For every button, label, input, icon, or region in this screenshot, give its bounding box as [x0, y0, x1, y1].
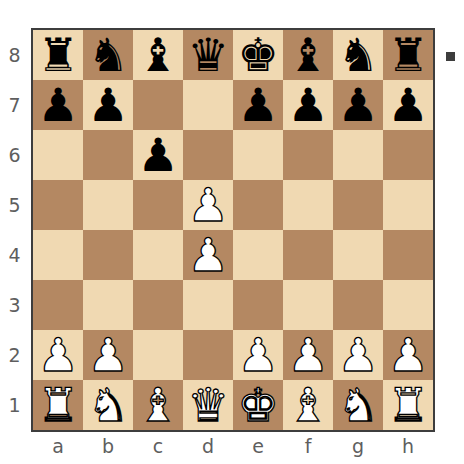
- file-label-c: c: [133, 433, 183, 459]
- white-bishop-f1[interactable]: ♝: [287, 380, 328, 430]
- square-g4[interactable]: [333, 230, 383, 280]
- square-d8[interactable]: ♛: [183, 30, 233, 80]
- square-d5[interactable]: ♟: [183, 180, 233, 230]
- square-b5[interactable]: [83, 180, 133, 230]
- file-label-h: h: [383, 433, 433, 459]
- square-g6[interactable]: [333, 130, 383, 180]
- chess-board: ♜♞♝♛♚♝♞♜♟♟♟♟♟♟♟♟♟♟♟♟♟♟♟♜♞♝♛♚♝♞♜: [31, 28, 435, 432]
- square-c6[interactable]: ♟: [133, 130, 183, 180]
- black-pawn-g7[interactable]: ♟: [337, 80, 378, 130]
- white-knight-b1[interactable]: ♞: [87, 380, 128, 430]
- square-e4[interactable]: [233, 230, 283, 280]
- white-bishop-c1[interactable]: ♝: [137, 380, 178, 430]
- square-h2[interactable]: ♟: [383, 330, 433, 380]
- square-d1[interactable]: ♛: [183, 380, 233, 430]
- square-h7[interactable]: ♟: [383, 80, 433, 130]
- rank-label-2: 2: [0, 330, 29, 380]
- square-h8[interactable]: ♜: [383, 30, 433, 80]
- square-f7[interactable]: ♟: [283, 80, 333, 130]
- white-pawn-h2[interactable]: ♟: [387, 330, 428, 380]
- black-pawn-a7[interactable]: ♟: [37, 80, 78, 130]
- white-queen-d1[interactable]: ♛: [187, 380, 228, 430]
- square-b3[interactable]: [83, 280, 133, 330]
- square-e1[interactable]: ♚: [233, 380, 283, 430]
- square-c5[interactable]: [133, 180, 183, 230]
- square-g2[interactable]: ♟: [333, 330, 383, 380]
- rank-label-7: 7: [0, 80, 29, 130]
- black-king-e8[interactable]: ♚: [237, 30, 278, 80]
- square-h1[interactable]: ♜: [383, 380, 433, 430]
- square-h3[interactable]: [383, 280, 433, 330]
- black-knight-b8[interactable]: ♞: [87, 30, 128, 80]
- square-f6[interactable]: [283, 130, 333, 180]
- file-label-f: f: [283, 433, 333, 459]
- rank-label-8: 8: [0, 30, 29, 80]
- square-e5[interactable]: [233, 180, 283, 230]
- white-knight-g1[interactable]: ♞: [337, 380, 378, 430]
- side-to-move-indicator: [446, 52, 455, 61]
- square-h4[interactable]: [383, 230, 433, 280]
- square-c4[interactable]: [133, 230, 183, 280]
- file-labels: abcdefgh: [33, 433, 433, 459]
- square-e2[interactable]: ♟: [233, 330, 283, 380]
- black-bishop-c8[interactable]: ♝: [137, 30, 178, 80]
- square-b4[interactable]: [83, 230, 133, 280]
- square-a1[interactable]: ♜: [33, 380, 83, 430]
- rank-labels: 87654321: [0, 30, 29, 430]
- black-queen-d8[interactable]: ♛: [187, 30, 228, 80]
- square-d4[interactable]: ♟: [183, 230, 233, 280]
- square-f2[interactable]: ♟: [283, 330, 333, 380]
- square-c3[interactable]: [133, 280, 183, 330]
- square-b2[interactable]: ♟: [83, 330, 133, 380]
- square-g5[interactable]: [333, 180, 383, 230]
- file-label-g: g: [333, 433, 383, 459]
- square-f8[interactable]: ♝: [283, 30, 333, 80]
- black-knight-g8[interactable]: ♞: [337, 30, 378, 80]
- square-a2[interactable]: ♟: [33, 330, 83, 380]
- rank-label-4: 4: [0, 230, 29, 280]
- square-f1[interactable]: ♝: [283, 380, 333, 430]
- square-f5[interactable]: [283, 180, 333, 230]
- white-pawn-g2[interactable]: ♟: [337, 330, 378, 380]
- square-e3[interactable]: [233, 280, 283, 330]
- square-c7[interactable]: [133, 80, 183, 130]
- square-b7[interactable]: ♟: [83, 80, 133, 130]
- black-rook-h8[interactable]: ♜: [387, 30, 428, 80]
- black-bishop-f8[interactable]: ♝: [287, 30, 328, 80]
- file-label-d: d: [183, 433, 233, 459]
- black-pawn-h7[interactable]: ♟: [387, 80, 428, 130]
- black-pawn-e7[interactable]: ♟: [237, 80, 278, 130]
- square-a4[interactable]: [33, 230, 83, 280]
- square-a3[interactable]: [33, 280, 83, 330]
- square-a8[interactable]: ♜: [33, 30, 83, 80]
- white-rook-h1[interactable]: ♜: [387, 380, 428, 430]
- rank-label-1: 1: [0, 380, 29, 430]
- square-e8[interactable]: ♚: [233, 30, 283, 80]
- square-e7[interactable]: ♟: [233, 80, 283, 130]
- square-f4[interactable]: [283, 230, 333, 280]
- square-c1[interactable]: ♝: [133, 380, 183, 430]
- chess-app: 87654321 ♜♞♝♛♚♝♞♜♟♟♟♟♟♟♟♟♟♟♟♟♟♟♟♜♞♝♛♚♝♞♜…: [0, 0, 464, 464]
- square-d6[interactable]: [183, 130, 233, 180]
- square-d7[interactable]: [183, 80, 233, 130]
- rank-label-6: 6: [0, 130, 29, 180]
- black-pawn-b7[interactable]: ♟: [87, 80, 128, 130]
- file-label-b: b: [83, 433, 133, 459]
- white-king-e1[interactable]: ♚: [237, 380, 278, 430]
- square-b1[interactable]: ♞: [83, 380, 133, 430]
- white-pawn-a2[interactable]: ♟: [37, 330, 78, 380]
- square-g3[interactable]: [333, 280, 383, 330]
- square-h6[interactable]: [383, 130, 433, 180]
- file-label-e: e: [233, 433, 283, 459]
- white-pawn-d4[interactable]: ♟: [187, 230, 228, 280]
- square-e6[interactable]: [233, 130, 283, 180]
- square-d3[interactable]: [183, 280, 233, 330]
- square-a7[interactable]: ♟: [33, 80, 83, 130]
- white-pawn-b2[interactable]: ♟: [87, 330, 128, 380]
- square-d2[interactable]: [183, 330, 233, 380]
- square-c2[interactable]: [133, 330, 183, 380]
- file-label-a: a: [33, 433, 83, 459]
- white-pawn-d5[interactable]: ♟: [187, 180, 228, 230]
- square-a5[interactable]: [33, 180, 83, 230]
- board-grid: ♜♞♝♛♚♝♞♜♟♟♟♟♟♟♟♟♟♟♟♟♟♟♟♜♞♝♛♚♝♞♜: [33, 30, 433, 430]
- black-pawn-f7[interactable]: ♟: [287, 80, 328, 130]
- square-a6[interactable]: [33, 130, 83, 180]
- square-g7[interactable]: ♟: [333, 80, 383, 130]
- square-b8[interactable]: ♞: [83, 30, 133, 80]
- black-pawn-c6[interactable]: ♟: [137, 130, 178, 180]
- square-g1[interactable]: ♞: [333, 380, 383, 430]
- square-c8[interactable]: ♝: [133, 30, 183, 80]
- white-pawn-f2[interactable]: ♟: [287, 330, 328, 380]
- square-h5[interactable]: [383, 180, 433, 230]
- rank-label-5: 5: [0, 180, 29, 230]
- square-b6[interactable]: [83, 130, 133, 180]
- black-rook-a8[interactable]: ♜: [37, 30, 78, 80]
- white-pawn-e2[interactable]: ♟: [237, 330, 278, 380]
- square-g8[interactable]: ♞: [333, 30, 383, 80]
- rank-label-3: 3: [0, 280, 29, 330]
- white-rook-a1[interactable]: ♜: [37, 380, 78, 430]
- square-f3[interactable]: [283, 280, 333, 330]
